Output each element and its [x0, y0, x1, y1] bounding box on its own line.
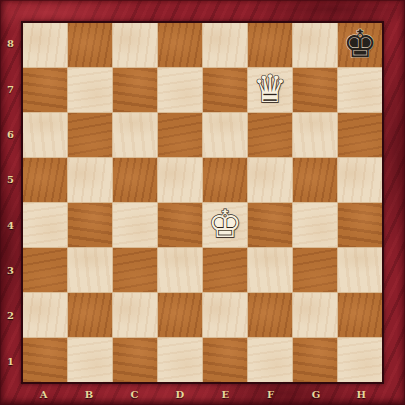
square-a5[interactable] — [23, 158, 67, 202]
file-label-h: H — [339, 384, 384, 405]
square-b1[interactable] — [68, 338, 112, 382]
square-f6[interactable] — [248, 113, 292, 157]
square-a7[interactable] — [23, 68, 67, 112]
square-g6[interactable] — [293, 113, 337, 157]
square-h3[interactable] — [338, 248, 382, 292]
square-d4[interactable] — [158, 203, 202, 247]
square-a6[interactable] — [23, 113, 67, 157]
square-a4[interactable] — [23, 203, 67, 247]
square-e3[interactable] — [203, 248, 247, 292]
square-f1[interactable] — [248, 338, 292, 382]
white-queen[interactable]: ♛ — [253, 70, 287, 108]
square-h4[interactable] — [338, 203, 382, 247]
square-c4[interactable] — [113, 203, 157, 247]
square-e7[interactable] — [203, 68, 247, 112]
square-a3[interactable] — [23, 248, 67, 292]
square-b4[interactable] — [68, 203, 112, 247]
square-f3[interactable] — [248, 248, 292, 292]
chess-board-frame: 87654321 ABCDEFGH ♚♛♚ — [0, 0, 405, 405]
rank-label-7: 7 — [0, 66, 21, 111]
square-e5[interactable] — [203, 158, 247, 202]
file-label-d: D — [157, 384, 202, 405]
square-f2[interactable] — [248, 293, 292, 337]
square-d6[interactable] — [158, 113, 202, 157]
square-c7[interactable] — [113, 68, 157, 112]
square-h2[interactable] — [338, 293, 382, 337]
file-label-a: A — [21, 384, 66, 405]
square-f8[interactable] — [248, 23, 292, 67]
square-c3[interactable] — [113, 248, 157, 292]
square-g4[interactable] — [293, 203, 337, 247]
square-c6[interactable] — [113, 113, 157, 157]
square-c8[interactable] — [113, 23, 157, 67]
square-c5[interactable] — [113, 158, 157, 202]
square-d3[interactable] — [158, 248, 202, 292]
square-h5[interactable] — [338, 158, 382, 202]
black-king[interactable]: ♚ — [343, 25, 377, 63]
square-d5[interactable] — [158, 158, 202, 202]
chess-board: ♚♛♚ — [23, 23, 382, 382]
square-e4[interactable]: ♚ — [203, 203, 247, 247]
rank-label-8: 8 — [0, 21, 21, 66]
square-g8[interactable] — [293, 23, 337, 67]
rank-label-6: 6 — [0, 112, 21, 157]
rank-label-4: 4 — [0, 203, 21, 248]
square-g3[interactable] — [293, 248, 337, 292]
square-a2[interactable] — [23, 293, 67, 337]
square-a1[interactable] — [23, 338, 67, 382]
white-king[interactable]: ♚ — [208, 205, 242, 243]
square-e6[interactable] — [203, 113, 247, 157]
rank-label-1: 1 — [0, 339, 21, 384]
square-a8[interactable] — [23, 23, 67, 67]
file-labels: ABCDEFGH — [21, 384, 384, 405]
square-c2[interactable] — [113, 293, 157, 337]
square-h8[interactable]: ♚ — [338, 23, 382, 67]
square-g2[interactable] — [293, 293, 337, 337]
square-h1[interactable] — [338, 338, 382, 382]
square-d2[interactable] — [158, 293, 202, 337]
square-b8[interactable] — [68, 23, 112, 67]
file-label-f: F — [248, 384, 293, 405]
square-e2[interactable] — [203, 293, 247, 337]
square-f5[interactable] — [248, 158, 292, 202]
square-d8[interactable] — [158, 23, 202, 67]
square-e8[interactable] — [203, 23, 247, 67]
square-f4[interactable] — [248, 203, 292, 247]
file-label-b: B — [66, 384, 111, 405]
square-b3[interactable] — [68, 248, 112, 292]
square-h6[interactable] — [338, 113, 382, 157]
square-b5[interactable] — [68, 158, 112, 202]
board-inner-frame: ♚♛♚ — [21, 21, 384, 384]
rank-label-3: 3 — [0, 248, 21, 293]
file-label-e: E — [203, 384, 248, 405]
square-c1[interactable] — [113, 338, 157, 382]
square-d1[interactable] — [158, 338, 202, 382]
square-b2[interactable] — [68, 293, 112, 337]
rank-labels: 87654321 — [0, 21, 21, 384]
file-label-g: G — [293, 384, 338, 405]
square-g7[interactable] — [293, 68, 337, 112]
rank-label-2: 2 — [0, 293, 21, 338]
square-b6[interactable] — [68, 113, 112, 157]
square-h7[interactable] — [338, 68, 382, 112]
square-e1[interactable] — [203, 338, 247, 382]
square-b7[interactable] — [68, 68, 112, 112]
rank-label-5: 5 — [0, 157, 21, 202]
square-d7[interactable] — [158, 68, 202, 112]
square-f7[interactable]: ♛ — [248, 68, 292, 112]
square-g5[interactable] — [293, 158, 337, 202]
file-label-c: C — [112, 384, 157, 405]
square-g1[interactable] — [293, 338, 337, 382]
